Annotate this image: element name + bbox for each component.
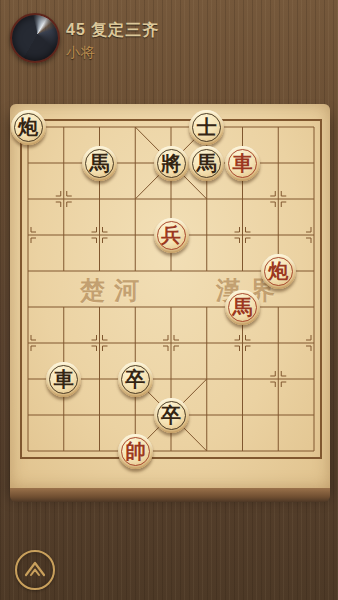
piece-black-chariot[interactable]: 車 [46, 362, 81, 397]
app-screen: 45 复定三齐 小将 楚河 漢界 炮士馬將馬車兵炮馬車卒卒帥 [0, 0, 338, 600]
player-rank: 小将 [66, 44, 96, 62]
piece-glyph: 帥 [118, 434, 153, 469]
piece-glyph: 馬 [189, 146, 224, 181]
piece-black-soldier[interactable]: 卒 [118, 362, 153, 397]
piece-black-general[interactable]: 將 [154, 146, 189, 181]
piece-red-soldier[interactable]: 兵 [154, 218, 189, 253]
piece-glyph: 車 [225, 146, 260, 181]
piece-glyph: 士 [189, 110, 224, 145]
avatar[interactable] [10, 13, 60, 63]
piece-glyph: 將 [154, 146, 189, 181]
piece-black-cannon[interactable]: 炮 [11, 110, 46, 145]
piece-glyph: 炮 [261, 254, 296, 289]
piece-glyph: 馬 [225, 290, 260, 325]
piece-glyph: 兵 [154, 218, 189, 253]
player-header: 45 复定三齐 小将 [0, 0, 338, 90]
piece-red-chariot[interactable]: 車 [225, 146, 260, 181]
piece-glyph: 車 [46, 362, 81, 397]
piece-black-soldier[interactable]: 卒 [154, 398, 189, 433]
piece-glyph: 卒 [118, 362, 153, 397]
piece-black-horse[interactable]: 馬 [82, 146, 117, 181]
piece-glyph: 炮 [11, 110, 46, 145]
piece-glyph: 卒 [154, 398, 189, 433]
piece-glyph: 馬 [82, 146, 117, 181]
chevron-up-icon [17, 552, 53, 588]
piece-red-horse[interactable]: 馬 [225, 290, 260, 325]
piece-red-cannon[interactable]: 炮 [261, 254, 296, 289]
expand-button[interactable] [15, 550, 55, 590]
piece-black-advisor[interactable]: 士 [189, 110, 224, 145]
river-label-left: 楚河 [80, 274, 148, 307]
piece-red-general[interactable]: 帥 [118, 434, 153, 469]
xiangqi-board[interactable]: 楚河 漢界 炮士馬將馬車兵炮馬車卒卒帥 [10, 104, 330, 488]
level-title: 45 复定三齐 [66, 20, 159, 41]
piece-black-horse[interactable]: 馬 [189, 146, 224, 181]
